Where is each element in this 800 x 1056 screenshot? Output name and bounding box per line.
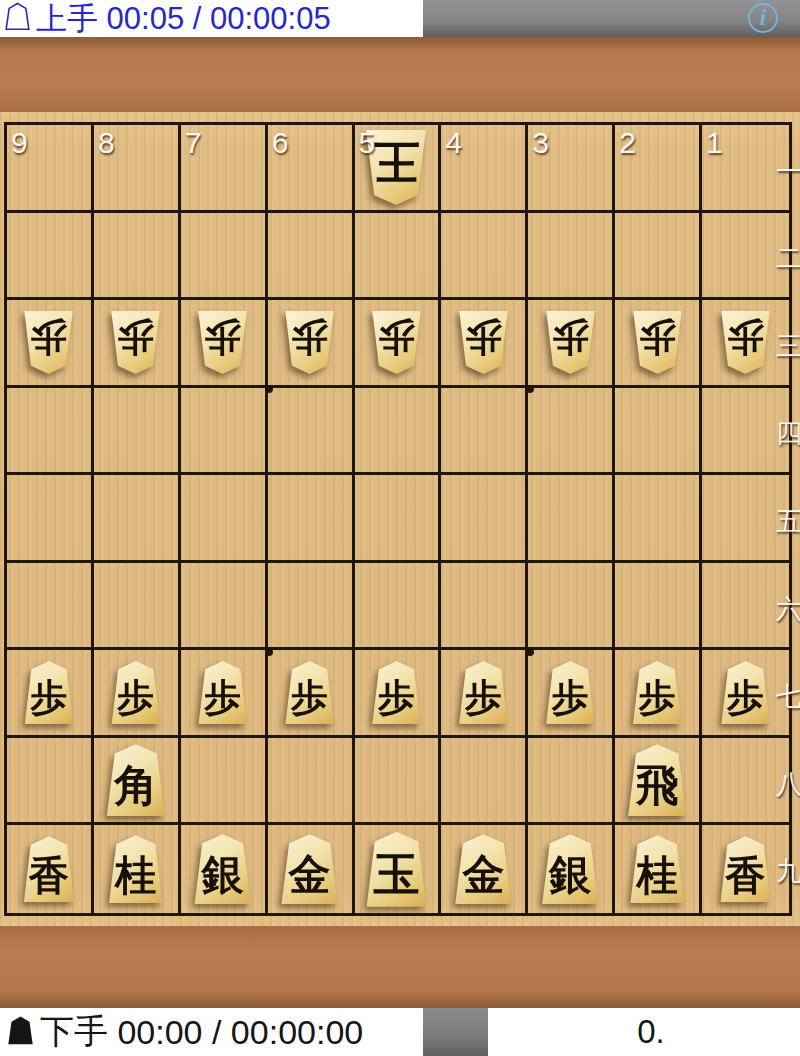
piece-kanji: 歩 bbox=[369, 661, 424, 724]
board-cell[interactable] bbox=[94, 388, 181, 476]
piece-kanji: 歩 bbox=[21, 661, 76, 724]
board-cell[interactable] bbox=[528, 563, 615, 651]
board-cell[interactable] bbox=[181, 563, 268, 651]
piece-kanji: 歩 bbox=[718, 311, 773, 374]
shitate-label: 下手 bbox=[40, 1009, 108, 1055]
board-cell[interactable] bbox=[268, 125, 355, 213]
board-cell[interactable] bbox=[702, 213, 789, 301]
board-cell[interactable] bbox=[615, 563, 702, 651]
board-frame-bottom bbox=[0, 926, 800, 1008]
uwate-time: 00:05 / 00:00:05 bbox=[98, 1, 331, 37]
shogi-piece-歩-shitate[interactable]: 歩 bbox=[543, 661, 598, 724]
board-cell[interactable] bbox=[355, 475, 442, 563]
board-cell[interactable] bbox=[7, 388, 94, 476]
piece-kanji: 桂 bbox=[105, 835, 166, 903]
shogi-piece-角-shitate[interactable]: 角 bbox=[103, 744, 169, 816]
piece-kanji: 金 bbox=[278, 834, 342, 904]
board-cell[interactable] bbox=[528, 475, 615, 563]
board-cell[interactable]: 歩 bbox=[94, 300, 181, 388]
board-cell[interactable] bbox=[181, 738, 268, 826]
shogi-piece-歩-uwate[interactable]: 歩 bbox=[108, 311, 163, 374]
piece-kanji: 歩 bbox=[630, 311, 685, 374]
shogi-piece-歩-uwate[interactable]: 歩 bbox=[543, 311, 598, 374]
piece-kanji: 歩 bbox=[21, 311, 76, 374]
piece-kanji: 歩 bbox=[282, 311, 337, 374]
shitate-time: 00:00 / 00:00:00 bbox=[108, 1013, 363, 1052]
board-cell[interactable] bbox=[615, 125, 702, 213]
shogi-piece-桂-shitate[interactable]: 桂 bbox=[627, 835, 688, 903]
board-cell[interactable]: 飛 bbox=[615, 738, 702, 826]
board-cell[interactable]: 歩 bbox=[355, 650, 442, 738]
board-cell[interactable]: 桂 bbox=[94, 825, 181, 913]
shogi-piece-歩-shitate[interactable]: 歩 bbox=[108, 661, 163, 724]
board-cell[interactable] bbox=[615, 475, 702, 563]
shogi-piece-歩-uwate[interactable]: 歩 bbox=[456, 311, 511, 374]
shogi-piece-金-shitate[interactable]: 金 bbox=[278, 834, 342, 904]
board-cell[interactable]: 歩 bbox=[181, 300, 268, 388]
board-cell[interactable]: 歩 bbox=[528, 300, 615, 388]
piece-kanji: 角 bbox=[103, 744, 169, 816]
board-cell[interactable]: 歩 bbox=[441, 300, 528, 388]
board-cell[interactable] bbox=[355, 563, 442, 651]
board-cell[interactable] bbox=[7, 125, 94, 213]
board-cell[interactable] bbox=[441, 125, 528, 213]
black-shogi-piece-icon bbox=[6, 1015, 35, 1050]
piece-kanji: 香 bbox=[20, 836, 77, 902]
board-cell[interactable]: 歩 bbox=[615, 650, 702, 738]
top-clock-bar: 上手 00:05 / 00:00:05 i bbox=[0, 0, 800, 37]
board-cell[interactable]: 香 bbox=[7, 825, 94, 913]
piece-kanji: 桂 bbox=[627, 835, 688, 903]
star-point bbox=[526, 385, 534, 393]
board-cell[interactable] bbox=[528, 213, 615, 301]
board-cell[interactable] bbox=[702, 738, 789, 826]
shogi-piece-歩-shitate[interactable]: 歩 bbox=[21, 661, 76, 724]
app-screen: 上手 00:05 / 00:00:05 i 王歩歩歩歩歩歩歩歩歩歩歩歩歩歩歩歩歩… bbox=[0, 0, 800, 1056]
piece-kanji: 香 bbox=[717, 836, 774, 902]
piece-kanji: 歩 bbox=[456, 661, 511, 724]
star-point bbox=[265, 648, 273, 656]
board-cell[interactable]: 金 bbox=[441, 825, 528, 913]
board-cell[interactable] bbox=[441, 563, 528, 651]
board-cell[interactable]: 歩 bbox=[268, 300, 355, 388]
piece-kanji: 玉 bbox=[362, 832, 430, 907]
board-cell[interactable]: 歩 bbox=[94, 650, 181, 738]
board-cell[interactable]: 角 bbox=[94, 738, 181, 826]
uwate-label: 上手 bbox=[36, 0, 98, 40]
board-cell[interactable] bbox=[702, 125, 789, 213]
shogi-piece-香-shitate[interactable]: 香 bbox=[20, 836, 77, 902]
piece-kanji: 歩 bbox=[195, 661, 250, 724]
board-cell[interactable] bbox=[268, 738, 355, 826]
board-cell[interactable] bbox=[268, 388, 355, 476]
piece-kanji: 歩 bbox=[718, 661, 773, 724]
board-cell[interactable] bbox=[615, 388, 702, 476]
shogi-piece-歩-shitate[interactable]: 歩 bbox=[630, 661, 685, 724]
shogi-piece-歩-uwate[interactable]: 歩 bbox=[369, 311, 424, 374]
board-cell[interactable] bbox=[181, 388, 268, 476]
shogi-piece-歩-uwate[interactable]: 歩 bbox=[282, 311, 337, 374]
board-cell[interactable] bbox=[181, 475, 268, 563]
board-cell[interactable]: 銀 bbox=[181, 825, 268, 913]
board-cell[interactable] bbox=[94, 213, 181, 301]
piece-kanji: 歩 bbox=[282, 661, 337, 724]
shogi-piece-歩-uwate[interactable]: 歩 bbox=[630, 311, 685, 374]
star-point bbox=[526, 648, 534, 656]
board-cell[interactable] bbox=[615, 213, 702, 301]
piece-kanji: 銀 bbox=[191, 834, 255, 904]
board-cell[interactable] bbox=[441, 738, 528, 826]
board-cell[interactable]: 歩 bbox=[355, 300, 442, 388]
shogi-piece-銀-shitate[interactable]: 銀 bbox=[191, 834, 255, 904]
board-cell[interactable] bbox=[441, 388, 528, 476]
board-grid: 王歩歩歩歩歩歩歩歩歩歩歩歩歩歩歩歩歩歩角飛香桂銀金玉金銀桂香 bbox=[4, 122, 792, 916]
piece-kanji: 歩 bbox=[195, 311, 250, 374]
piece-kanji: 歩 bbox=[108, 311, 163, 374]
bottom-clock-bar: 下手 00:00 / 00:00:00 0. bbox=[0, 1008, 800, 1056]
board-frame-top bbox=[0, 37, 800, 112]
board-cell[interactable] bbox=[94, 125, 181, 213]
board-cell[interactable] bbox=[355, 213, 442, 301]
piece-kanji: 歩 bbox=[630, 661, 685, 724]
info-button[interactable]: i bbox=[748, 3, 778, 33]
piece-kanji: 歩 bbox=[108, 661, 163, 724]
shogi-piece-金-shitate[interactable]: 金 bbox=[451, 834, 515, 904]
shogi-piece-歩-uwate[interactable]: 歩 bbox=[21, 311, 76, 374]
piece-kanji: 歩 bbox=[543, 661, 598, 724]
piece-kanji: 歩 bbox=[456, 311, 511, 374]
info-icon: i bbox=[760, 5, 766, 31]
shogi-board: 王歩歩歩歩歩歩歩歩歩歩歩歩歩歩歩歩歩歩角飛香桂銀金玉金銀桂香 987654321… bbox=[0, 112, 800, 926]
board-cell[interactable]: 王 bbox=[355, 125, 442, 213]
piece-kanji: 王 bbox=[362, 130, 430, 205]
shogi-piece-香-shitate[interactable]: 香 bbox=[717, 836, 774, 902]
board-cell[interactable] bbox=[528, 738, 615, 826]
board-cell[interactable]: 玉 bbox=[355, 825, 442, 913]
board-cell[interactable]: 歩 bbox=[702, 650, 789, 738]
board-cell[interactable]: 銀 bbox=[528, 825, 615, 913]
board-cell[interactable]: 桂 bbox=[615, 825, 702, 913]
shogi-piece-飛-shitate[interactable]: 飛 bbox=[624, 744, 690, 816]
piece-kanji: 歩 bbox=[369, 311, 424, 374]
board-cell[interactable] bbox=[441, 213, 528, 301]
board-cell[interactable] bbox=[528, 388, 615, 476]
board-cell[interactable]: 歩 bbox=[702, 300, 789, 388]
top-bar-gray-area: i bbox=[423, 0, 800, 37]
shogi-piece-歩-shitate[interactable]: 歩 bbox=[282, 661, 337, 724]
board-cell[interactable] bbox=[94, 563, 181, 651]
shogi-piece-玉-shitate[interactable]: 玉 bbox=[362, 832, 430, 907]
board-cell[interactable] bbox=[7, 213, 94, 301]
board-cell[interactable] bbox=[7, 475, 94, 563]
piece-kanji: 金 bbox=[451, 834, 515, 904]
shogi-piece-桂-shitate[interactable]: 桂 bbox=[105, 835, 166, 903]
board-cell[interactable]: 歩 bbox=[7, 300, 94, 388]
move-counter: 0. bbox=[637, 1013, 665, 1051]
board-cell[interactable]: 香 bbox=[702, 825, 789, 913]
board-cell[interactable] bbox=[181, 213, 268, 301]
bottom-bar-divider bbox=[423, 1008, 488, 1056]
shogi-piece-歩-shitate[interactable]: 歩 bbox=[718, 661, 773, 724]
board-cell[interactable]: 歩 bbox=[441, 650, 528, 738]
piece-kanji: 歩 bbox=[543, 311, 598, 374]
white-shogi-piece-icon bbox=[4, 2, 31, 35]
board-cell[interactable] bbox=[7, 738, 94, 826]
board-cell[interactable] bbox=[355, 738, 442, 826]
board-cell[interactable] bbox=[7, 563, 94, 651]
board-cell[interactable]: 歩 bbox=[528, 650, 615, 738]
shogi-piece-歩-uwate[interactable]: 歩 bbox=[195, 311, 250, 374]
board-cell[interactable] bbox=[528, 125, 615, 213]
shitate-clock: 下手 00:00 / 00:00:00 bbox=[0, 1008, 423, 1056]
board-cell[interactable]: 金 bbox=[268, 825, 355, 913]
board-cell[interactable] bbox=[94, 475, 181, 563]
board-cell[interactable] bbox=[355, 388, 442, 476]
piece-kanji: 銀 bbox=[538, 834, 602, 904]
uwate-clock: 上手 00:05 / 00:00:05 bbox=[0, 0, 423, 37]
board-cell[interactable] bbox=[702, 475, 789, 563]
board-cell[interactable]: 歩 bbox=[7, 650, 94, 738]
board-cell[interactable] bbox=[441, 475, 528, 563]
piece-kanji: 飛 bbox=[624, 744, 690, 816]
shogi-piece-銀-shitate[interactable]: 銀 bbox=[538, 834, 602, 904]
board-cell[interactable]: 歩 bbox=[268, 650, 355, 738]
shogi-piece-歩-shitate[interactable]: 歩 bbox=[369, 661, 424, 724]
shogi-piece-歩-uwate[interactable]: 歩 bbox=[718, 311, 773, 374]
board-cell[interactable] bbox=[702, 563, 789, 651]
board-cell[interactable] bbox=[181, 125, 268, 213]
board-cell[interactable]: 歩 bbox=[181, 650, 268, 738]
board-cell[interactable]: 歩 bbox=[615, 300, 702, 388]
move-counter-area: 0. bbox=[488, 1008, 800, 1056]
board-cell[interactable] bbox=[268, 563, 355, 651]
board-cell[interactable] bbox=[268, 475, 355, 563]
board-cell[interactable] bbox=[268, 213, 355, 301]
shogi-piece-歩-shitate[interactable]: 歩 bbox=[456, 661, 511, 724]
shogi-piece-王-uwate[interactable]: 王 bbox=[362, 130, 430, 205]
board-cell[interactable] bbox=[702, 388, 789, 476]
shogi-piece-歩-shitate[interactable]: 歩 bbox=[195, 661, 250, 724]
